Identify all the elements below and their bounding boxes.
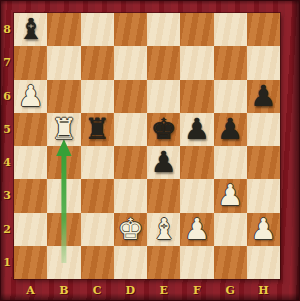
file-label-B: B [47, 279, 80, 301]
square-a6[interactable]: ♟ [14, 80, 47, 113]
rank-label-5: 5 [0, 113, 14, 146]
piece-white-pawn[interactable]: ♟ [247, 213, 280, 246]
file-label-F: F [180, 279, 213, 301]
square-b7[interactable] [47, 46, 80, 79]
square-f1[interactable] [180, 246, 213, 279]
piece-white-pawn[interactable]: ♟ [14, 80, 47, 113]
square-a4[interactable] [14, 146, 47, 179]
square-b5[interactable]: ♜ [47, 113, 80, 146]
rank-label-2: 2 [0, 213, 14, 246]
square-b6[interactable] [47, 80, 80, 113]
square-c3[interactable] [81, 179, 114, 212]
file-label-G: G [214, 279, 247, 301]
square-h3[interactable] [247, 179, 280, 212]
square-e2[interactable]: ♝ [147, 213, 180, 246]
piece-black-pawn[interactable]: ♟ [214, 113, 247, 146]
square-g3[interactable]: ♟ [214, 179, 247, 212]
square-f5[interactable]: ♟ [180, 113, 213, 146]
square-b3[interactable] [47, 179, 80, 212]
piece-white-pawn[interactable]: ♟ [214, 179, 247, 212]
square-e3[interactable] [147, 179, 180, 212]
square-d6[interactable] [114, 80, 147, 113]
file-label-C: C [81, 279, 114, 301]
rank-label-1: 1 [0, 246, 14, 279]
square-c8[interactable] [81, 13, 114, 46]
piece-black-rook[interactable]: ♜ [81, 113, 114, 146]
file-label-E: E [147, 279, 180, 301]
square-g5[interactable]: ♟ [214, 113, 247, 146]
square-h2[interactable]: ♟ [247, 213, 280, 246]
square-d2[interactable]: ♚ [114, 213, 147, 246]
square-d1[interactable] [114, 246, 147, 279]
piece-white-pawn[interactable]: ♟ [180, 213, 213, 246]
chess-board: ♝♟♟♜♜♚♟♟♟♟♚♝♟♟ [14, 13, 280, 279]
square-c2[interactable] [81, 213, 114, 246]
file-label-D: D [114, 279, 147, 301]
square-g1[interactable] [214, 246, 247, 279]
square-h1[interactable] [247, 246, 280, 279]
square-c7[interactable] [81, 46, 114, 79]
rank-label-3: 3 [0, 179, 14, 212]
square-f7[interactable] [180, 46, 213, 79]
piece-white-bishop[interactable]: ♝ [147, 213, 180, 246]
rank-label-6: 6 [0, 80, 14, 113]
square-b4[interactable] [47, 146, 80, 179]
square-d7[interactable] [114, 46, 147, 79]
square-h6[interactable]: ♟ [247, 80, 280, 113]
chess-board-frame: ♝♟♟♜♜♚♟♟♟♟♚♝♟♟ 87654321 ABCDEFGH [0, 0, 300, 301]
square-h7[interactable] [247, 46, 280, 79]
square-d4[interactable] [114, 146, 147, 179]
square-e1[interactable] [147, 246, 180, 279]
square-e8[interactable] [147, 13, 180, 46]
square-c4[interactable] [81, 146, 114, 179]
square-c6[interactable] [81, 80, 114, 113]
square-f2[interactable]: ♟ [180, 213, 213, 246]
square-e5[interactable]: ♚ [147, 113, 180, 146]
square-g2[interactable] [214, 213, 247, 246]
square-e4[interactable]: ♟ [147, 146, 180, 179]
square-h4[interactable] [247, 146, 280, 179]
square-a2[interactable] [14, 213, 47, 246]
square-a8[interactable]: ♝ [14, 13, 47, 46]
rank-label-7: 7 [0, 46, 14, 79]
piece-black-king[interactable]: ♚ [147, 113, 180, 146]
square-d5[interactable] [114, 113, 147, 146]
square-b8[interactable] [47, 13, 80, 46]
square-d8[interactable] [114, 13, 147, 46]
square-d3[interactable] [114, 179, 147, 212]
square-h8[interactable] [247, 13, 280, 46]
piece-white-king[interactable]: ♚ [114, 213, 147, 246]
square-a5[interactable] [14, 113, 47, 146]
square-a7[interactable] [14, 46, 47, 79]
square-f8[interactable] [180, 13, 213, 46]
piece-white-rook[interactable]: ♜ [47, 113, 80, 146]
square-b2[interactable] [47, 213, 80, 246]
piece-black-bishop[interactable]: ♝ [14, 13, 47, 46]
piece-black-pawn[interactable]: ♟ [180, 113, 213, 146]
square-g4[interactable] [214, 146, 247, 179]
square-g7[interactable] [214, 46, 247, 79]
file-label-H: H [247, 279, 280, 301]
square-c5[interactable]: ♜ [81, 113, 114, 146]
square-b1[interactable] [47, 246, 80, 279]
square-e7[interactable] [147, 46, 180, 79]
square-h5[interactable] [247, 113, 280, 146]
square-f3[interactable] [180, 179, 213, 212]
square-a1[interactable] [14, 246, 47, 279]
square-g8[interactable] [214, 13, 247, 46]
square-f6[interactable] [180, 80, 213, 113]
rank-label-4: 4 [0, 146, 14, 179]
square-c1[interactable] [81, 246, 114, 279]
square-a3[interactable] [14, 179, 47, 212]
square-e6[interactable] [147, 80, 180, 113]
square-f4[interactable] [180, 146, 213, 179]
piece-black-pawn[interactable]: ♟ [247, 80, 280, 113]
piece-black-pawn[interactable]: ♟ [147, 146, 180, 179]
file-label-A: A [14, 279, 47, 301]
square-g6[interactable] [214, 80, 247, 113]
rank-label-8: 8 [0, 13, 14, 46]
